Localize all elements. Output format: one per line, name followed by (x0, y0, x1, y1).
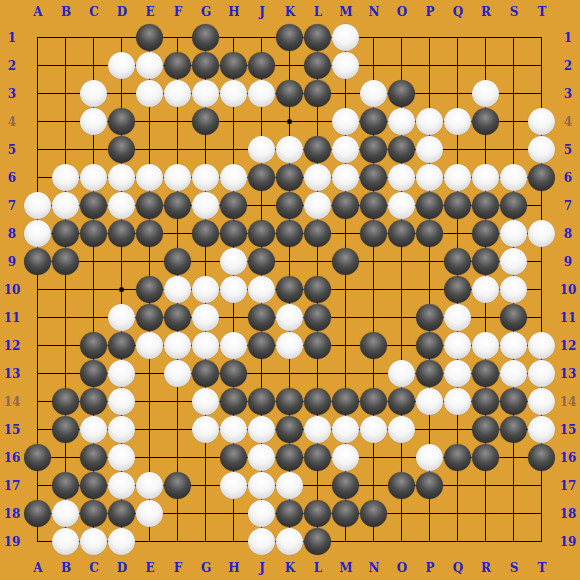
column-label-bottom: Q (444, 559, 472, 577)
white-stone-F3[interactable] (164, 80, 191, 107)
black-stone-K8[interactable] (276, 220, 303, 247)
black-stone-N7[interactable] (360, 192, 387, 219)
row-label-right: 8 (557, 220, 579, 248)
white-stone-O6[interactable] (388, 164, 415, 191)
black-stone-N18[interactable] (360, 500, 387, 527)
column-label-top: S (500, 3, 528, 21)
column-label-top: C (80, 3, 108, 21)
white-stone-T14[interactable] (528, 388, 555, 415)
black-stone-F9[interactable] (164, 248, 191, 275)
black-stone-L18[interactable] (304, 500, 331, 527)
row-label-right: 5 (557, 136, 579, 164)
star-point-K4 (287, 119, 292, 124)
black-stone-K7[interactable] (276, 192, 303, 219)
black-stone-K14[interactable] (276, 388, 303, 415)
black-stone-L2[interactable] (304, 52, 331, 79)
black-stone-N12[interactable] (360, 332, 387, 359)
white-stone-M4[interactable] (332, 108, 359, 135)
white-stone-R12[interactable] (472, 332, 499, 359)
black-stone-F2[interactable] (164, 52, 191, 79)
go-board-app: AABBCCDDEEFFGGHHJJKKLLMMNNOOPPQQRRSSTT11… (0, 0, 580, 580)
black-stone-P17[interactable] (416, 472, 443, 499)
column-label-bottom: T (528, 559, 556, 577)
white-stone-F10[interactable] (164, 276, 191, 303)
white-stone-G12[interactable] (192, 332, 219, 359)
black-stone-L3[interactable] (304, 80, 331, 107)
column-label-bottom: J (248, 559, 276, 577)
black-stone-R4[interactable] (472, 108, 499, 135)
white-stone-G6[interactable] (192, 164, 219, 191)
white-stone-K17[interactable] (276, 472, 303, 499)
white-stone-D16[interactable] (108, 444, 135, 471)
black-stone-G4[interactable] (192, 108, 219, 135)
column-label-bottom: E (136, 559, 164, 577)
column-label-top: B (52, 3, 80, 21)
row-label-left: 14 (1, 388, 23, 416)
row-label-left: 8 (1, 220, 23, 248)
white-stone-G7[interactable] (192, 192, 219, 219)
column-label-top: D (108, 3, 136, 21)
white-stone-C15[interactable] (80, 416, 107, 443)
white-stone-F6[interactable] (164, 164, 191, 191)
column-label-top: M (332, 3, 360, 21)
black-stone-E10[interactable] (136, 276, 163, 303)
row-label-left: 16 (1, 444, 23, 472)
column-label-top: J (248, 3, 276, 21)
black-stone-K18[interactable] (276, 500, 303, 527)
black-stone-M17[interactable] (332, 472, 359, 499)
white-stone-P14[interactable] (416, 388, 443, 415)
white-stone-K5[interactable] (276, 136, 303, 163)
column-label-bottom: M (332, 559, 360, 577)
black-stone-F17[interactable] (164, 472, 191, 499)
white-stone-K12[interactable] (276, 332, 303, 359)
column-label-top: Q (444, 3, 472, 21)
black-stone-J11[interactable] (248, 304, 275, 331)
black-stone-C8[interactable] (80, 220, 107, 247)
white-stone-C19[interactable] (80, 528, 107, 555)
white-stone-J3[interactable] (248, 80, 275, 107)
black-stone-P7[interactable] (416, 192, 443, 219)
black-stone-H2[interactable] (220, 52, 247, 79)
white-stone-H9[interactable] (220, 248, 247, 275)
black-stone-R9[interactable] (472, 248, 499, 275)
white-stone-D15[interactable] (108, 416, 135, 443)
black-stone-P11[interactable] (416, 304, 443, 331)
white-stone-E3[interactable] (136, 80, 163, 107)
column-label-top: A (24, 3, 52, 21)
white-stone-M5[interactable] (332, 136, 359, 163)
white-stone-B6[interactable] (52, 164, 79, 191)
black-stone-H14[interactable] (220, 388, 247, 415)
white-stone-T5[interactable] (528, 136, 555, 163)
column-label-top: O (388, 3, 416, 21)
black-stone-C7[interactable] (80, 192, 107, 219)
row-label-left: 6 (1, 164, 23, 192)
white-stone-S10[interactable] (500, 276, 527, 303)
white-stone-G14[interactable] (192, 388, 219, 415)
row-label-right: 7 (557, 192, 579, 220)
row-label-right: 4 (557, 108, 579, 136)
white-stone-J5[interactable] (248, 136, 275, 163)
black-stone-A16[interactable] (24, 444, 51, 471)
row-label-right: 14 (557, 388, 579, 416)
row-label-right: 10 (557, 276, 579, 304)
column-label-top: F (164, 3, 192, 21)
row-label-right: 19 (557, 528, 579, 556)
black-stone-P8[interactable] (416, 220, 443, 247)
black-stone-J14[interactable] (248, 388, 275, 415)
column-label-bottom: P (416, 559, 444, 577)
black-stone-G8[interactable] (192, 220, 219, 247)
row-label-left: 9 (1, 248, 23, 276)
column-label-top: H (220, 3, 248, 21)
black-stone-D18[interactable] (108, 500, 135, 527)
white-stone-S8[interactable] (500, 220, 527, 247)
column-label-bottom: B (52, 559, 80, 577)
white-stone-H3[interactable] (220, 80, 247, 107)
black-stone-O17[interactable] (388, 472, 415, 499)
row-label-right: 16 (557, 444, 579, 472)
white-stone-M15[interactable] (332, 416, 359, 443)
row-label-left: 13 (1, 360, 23, 388)
white-stone-J19[interactable] (248, 528, 275, 555)
black-stone-R15[interactable] (472, 416, 499, 443)
column-label-bottom: G (192, 559, 220, 577)
white-stone-H12[interactable] (220, 332, 247, 359)
black-stone-F11[interactable] (164, 304, 191, 331)
black-stone-E8[interactable] (136, 220, 163, 247)
white-stone-T15[interactable] (528, 416, 555, 443)
white-stone-O13[interactable] (388, 360, 415, 387)
black-stone-O3[interactable] (388, 80, 415, 107)
black-stone-S14[interactable] (500, 388, 527, 415)
column-label-top: L (304, 3, 332, 21)
star-point-D10 (119, 287, 124, 292)
black-stone-C16[interactable] (80, 444, 107, 471)
white-stone-H10[interactable] (220, 276, 247, 303)
white-stone-B18[interactable] (52, 500, 79, 527)
white-stone-H6[interactable] (220, 164, 247, 191)
black-stone-O14[interactable] (388, 388, 415, 415)
white-stone-C3[interactable] (80, 80, 107, 107)
white-stone-R6[interactable] (472, 164, 499, 191)
black-stone-K16[interactable] (276, 444, 303, 471)
black-stone-K10[interactable] (276, 276, 303, 303)
white-stone-Q13[interactable] (444, 360, 471, 387)
white-stone-T13[interactable] (528, 360, 555, 387)
black-stone-B17[interactable] (52, 472, 79, 499)
white-stone-P6[interactable] (416, 164, 443, 191)
black-stone-Q7[interactable] (444, 192, 471, 219)
black-stone-S15[interactable] (500, 416, 527, 443)
column-label-bottom: D (108, 559, 136, 577)
white-stone-O7[interactable] (388, 192, 415, 219)
black-stone-H7[interactable] (220, 192, 247, 219)
white-stone-L7[interactable] (304, 192, 331, 219)
black-stone-Q16[interactable] (444, 444, 471, 471)
white-stone-A7[interactable] (24, 192, 51, 219)
black-stone-L12[interactable] (304, 332, 331, 359)
white-stone-D7[interactable] (108, 192, 135, 219)
black-stone-G1[interactable] (192, 24, 219, 51)
row-label-right: 3 (557, 80, 579, 108)
white-stone-C4[interactable] (80, 108, 107, 135)
black-stone-B14[interactable] (52, 388, 79, 415)
white-stone-D19[interactable] (108, 528, 135, 555)
row-label-left: 10 (1, 276, 23, 304)
black-stone-B9[interactable] (52, 248, 79, 275)
white-stone-S9[interactable] (500, 248, 527, 275)
black-stone-D5[interactable] (108, 136, 135, 163)
white-stone-T4[interactable] (528, 108, 555, 135)
white-stone-C6[interactable] (80, 164, 107, 191)
white-stone-O15[interactable] (388, 416, 415, 443)
black-stone-L14[interactable] (304, 388, 331, 415)
black-stone-B15[interactable] (52, 416, 79, 443)
row-label-left: 19 (1, 528, 23, 556)
white-stone-S12[interactable] (500, 332, 527, 359)
white-stone-L15[interactable] (304, 416, 331, 443)
row-label-left: 12 (1, 332, 23, 360)
black-stone-Q10[interactable] (444, 276, 471, 303)
black-stone-L19[interactable] (304, 528, 331, 555)
white-stone-S6[interactable] (500, 164, 527, 191)
column-label-top: P (416, 3, 444, 21)
black-stone-B8[interactable] (52, 220, 79, 247)
white-stone-P16[interactable] (416, 444, 443, 471)
black-stone-R16[interactable] (472, 444, 499, 471)
black-stone-K6[interactable] (276, 164, 303, 191)
black-stone-J8[interactable] (248, 220, 275, 247)
white-stone-G11[interactable] (192, 304, 219, 331)
white-stone-E6[interactable] (136, 164, 163, 191)
black-stone-C14[interactable] (80, 388, 107, 415)
black-stone-Q9[interactable] (444, 248, 471, 275)
row-label-right: 17 (557, 472, 579, 500)
black-stone-P12[interactable] (416, 332, 443, 359)
black-stone-J12[interactable] (248, 332, 275, 359)
black-stone-M18[interactable] (332, 500, 359, 527)
white-stone-F12[interactable] (164, 332, 191, 359)
black-stone-N14[interactable] (360, 388, 387, 415)
black-stone-N6[interactable] (360, 164, 387, 191)
white-stone-T12[interactable] (528, 332, 555, 359)
black-stone-N4[interactable] (360, 108, 387, 135)
row-label-right: 2 (557, 52, 579, 80)
column-label-bottom: F (164, 559, 192, 577)
white-stone-E12[interactable] (136, 332, 163, 359)
white-stone-M6[interactable] (332, 164, 359, 191)
column-label-bottom: S (500, 559, 528, 577)
black-stone-C18[interactable] (80, 500, 107, 527)
white-stone-M16[interactable] (332, 444, 359, 471)
row-label-left: 11 (1, 304, 23, 332)
row-label-right: 9 (557, 248, 579, 276)
white-stone-D14[interactable] (108, 388, 135, 415)
white-stone-P4[interactable] (416, 108, 443, 135)
black-stone-S7[interactable] (500, 192, 527, 219)
white-stone-Q14[interactable] (444, 388, 471, 415)
white-stone-J16[interactable] (248, 444, 275, 471)
row-label-left: 1 (1, 24, 23, 52)
white-stone-Q12[interactable] (444, 332, 471, 359)
white-stone-D6[interactable] (108, 164, 135, 191)
black-stone-R14[interactable] (472, 388, 499, 415)
black-stone-D4[interactable] (108, 108, 135, 135)
column-label-top: R (472, 3, 500, 21)
black-stone-N8[interactable] (360, 220, 387, 247)
black-stone-S11[interactable] (500, 304, 527, 331)
white-stone-Q4[interactable] (444, 108, 471, 135)
white-stone-D2[interactable] (108, 52, 135, 79)
column-label-bottom: N (360, 559, 388, 577)
black-stone-C17[interactable] (80, 472, 107, 499)
row-label-left: 4 (1, 108, 23, 136)
row-label-left: 5 (1, 136, 23, 164)
column-label-bottom: R (472, 559, 500, 577)
white-stone-K11[interactable] (276, 304, 303, 331)
column-label-top: G (192, 3, 220, 21)
white-stone-D13[interactable] (108, 360, 135, 387)
white-stone-A8[interactable] (24, 220, 51, 247)
column-label-bottom: L (304, 559, 332, 577)
black-stone-D8[interactable] (108, 220, 135, 247)
white-stone-O4[interactable] (388, 108, 415, 135)
white-stone-H15[interactable] (220, 416, 247, 443)
black-stone-E7[interactable] (136, 192, 163, 219)
row-label-left: 3 (1, 80, 23, 108)
black-stone-L1[interactable] (304, 24, 331, 51)
black-stone-L5[interactable] (304, 136, 331, 163)
white-stone-E2[interactable] (136, 52, 163, 79)
white-stone-R3[interactable] (472, 80, 499, 107)
white-stone-G10[interactable] (192, 276, 219, 303)
black-stone-E11[interactable] (136, 304, 163, 331)
column-label-bottom: H (220, 559, 248, 577)
row-label-right: 18 (557, 500, 579, 528)
row-label-left: 17 (1, 472, 23, 500)
white-stone-D11[interactable] (108, 304, 135, 331)
black-stone-M14[interactable] (332, 388, 359, 415)
black-stone-K1[interactable] (276, 24, 303, 51)
black-stone-E1[interactable] (136, 24, 163, 51)
white-stone-N3[interactable] (360, 80, 387, 107)
black-stone-H16[interactable] (220, 444, 247, 471)
black-stone-C12[interactable] (80, 332, 107, 359)
row-label-left: 7 (1, 192, 23, 220)
black-stone-T6[interactable] (528, 164, 555, 191)
white-stone-J17[interactable] (248, 472, 275, 499)
white-stone-S13[interactable] (500, 360, 527, 387)
column-label-bottom: A (24, 559, 52, 577)
row-label-left: 2 (1, 52, 23, 80)
black-stone-K15[interactable] (276, 416, 303, 443)
black-stone-R7[interactable] (472, 192, 499, 219)
column-label-top: E (136, 3, 164, 21)
black-stone-H13[interactable] (220, 360, 247, 387)
black-stone-T16[interactable] (528, 444, 555, 471)
white-stone-J10[interactable] (248, 276, 275, 303)
column-label-bottom: O (388, 559, 416, 577)
row-label-left: 15 (1, 416, 23, 444)
column-label-top: K (276, 3, 304, 21)
white-stone-Q11[interactable] (444, 304, 471, 331)
row-label-right: 15 (557, 416, 579, 444)
white-stone-B7[interactable] (52, 192, 79, 219)
black-stone-L16[interactable] (304, 444, 331, 471)
white-stone-K19[interactable] (276, 528, 303, 555)
black-stone-H8[interactable] (220, 220, 247, 247)
white-stone-Q6[interactable] (444, 164, 471, 191)
row-label-right: 6 (557, 164, 579, 192)
row-label-right: 1 (557, 24, 579, 52)
white-stone-G15[interactable] (192, 416, 219, 443)
black-stone-M7[interactable] (332, 192, 359, 219)
black-stone-D12[interactable] (108, 332, 135, 359)
column-label-top: N (360, 3, 388, 21)
black-stone-L11[interactable] (304, 304, 331, 331)
white-stone-T8[interactable] (528, 220, 555, 247)
black-stone-A9[interactable] (24, 248, 51, 275)
white-stone-P5[interactable] (416, 136, 443, 163)
black-stone-A18[interactable] (24, 500, 51, 527)
black-stone-J2[interactable] (248, 52, 275, 79)
black-stone-N5[interactable] (360, 136, 387, 163)
black-stone-J6[interactable] (248, 164, 275, 191)
black-stone-K3[interactable] (276, 80, 303, 107)
white-stone-N15[interactable] (360, 416, 387, 443)
black-stone-R8[interactable] (472, 220, 499, 247)
white-stone-M1[interactable] (332, 24, 359, 51)
black-stone-P13[interactable] (416, 360, 443, 387)
black-stone-M9[interactable] (332, 248, 359, 275)
white-stone-J15[interactable] (248, 416, 275, 443)
black-stone-L10[interactable] (304, 276, 331, 303)
white-stone-F13[interactable] (164, 360, 191, 387)
row-label-left: 18 (1, 500, 23, 528)
black-stone-R13[interactable] (472, 360, 499, 387)
white-stone-E18[interactable] (136, 500, 163, 527)
row-label-right: 11 (557, 304, 579, 332)
black-stone-F7[interactable] (164, 192, 191, 219)
column-label-top: T (528, 3, 556, 21)
black-stone-J9[interactable] (248, 248, 275, 275)
white-stone-G3[interactable] (192, 80, 219, 107)
black-stone-O8[interactable] (388, 220, 415, 247)
white-stone-J18[interactable] (248, 500, 275, 527)
black-stone-G2[interactable] (192, 52, 219, 79)
black-stone-O5[interactable] (388, 136, 415, 163)
row-label-right: 12 (557, 332, 579, 360)
white-stone-E17[interactable] (136, 472, 163, 499)
white-stone-L6[interactable] (304, 164, 331, 191)
white-stone-D17[interactable] (108, 472, 135, 499)
black-stone-L8[interactable] (304, 220, 331, 247)
column-label-bottom: K (276, 559, 304, 577)
black-stone-C13[interactable] (80, 360, 107, 387)
row-label-right: 13 (557, 360, 579, 388)
white-stone-R10[interactable] (472, 276, 499, 303)
white-stone-M2[interactable] (332, 52, 359, 79)
column-label-bottom: C (80, 559, 108, 577)
white-stone-H17[interactable] (220, 472, 247, 499)
white-stone-B19[interactable] (52, 528, 79, 555)
black-stone-G13[interactable] (192, 360, 219, 387)
